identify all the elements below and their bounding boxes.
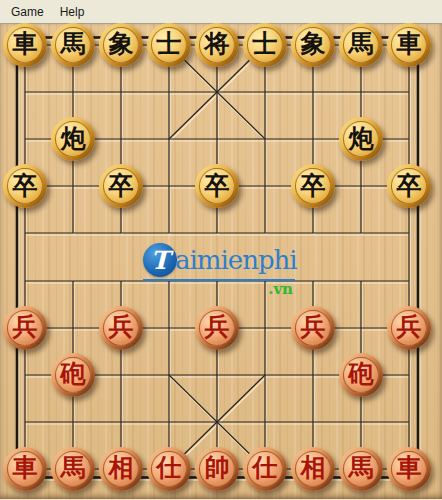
piece-glyph: 卒 [205,173,230,198]
intersection-d3[interactable] [145,351,193,398]
intersection-c2[interactable] [97,398,145,445]
intersection-i1[interactable]: 車 [385,445,433,492]
piece-face: 士 [247,27,283,63]
piece-red-cannon[interactable]: 砲 [339,353,383,397]
intersection-a9[interactable] [1,69,49,116]
app-window: Game Help 車馬象士将士象馬車炮炮卒卒卒卒卒兵兵兵兵兵砲砲車馬相仕帥仕相… [0,0,442,500]
intersection-h8[interactable]: 炮 [337,116,385,163]
piece-face: 相 [295,451,331,487]
piece-face: 馬 [343,27,379,63]
piece-glyph: 相 [301,455,326,480]
intersection-d8[interactable] [145,116,193,163]
piece-red-advisor[interactable]: 仕 [243,447,287,491]
piece-face: 象 [295,27,331,63]
piece-face: 砲 [343,357,379,393]
piece-glyph: 兵 [109,314,134,339]
piece-glyph: 兵 [397,314,422,339]
piece-face: 相 [103,451,139,487]
intersection-d4[interactable] [145,304,193,351]
piece-glyph: 馬 [349,31,374,56]
piece-face: 卒 [295,168,331,204]
intersection-h6[interactable] [337,210,385,257]
piece-face: 車 [391,451,427,487]
piece-glyph: 卒 [301,173,326,198]
intersection-f2[interactable] [241,398,289,445]
menu-bar: Game Help [0,0,442,24]
piece-red-horse[interactable]: 馬 [339,447,383,491]
piece-face: 卒 [391,168,427,204]
piece-face: 仕 [247,451,283,487]
intersection-a6[interactable] [1,210,49,257]
intersection-b8[interactable]: 炮 [49,116,97,163]
piece-face: 馬 [55,27,91,63]
intersection-g2[interactable] [289,398,337,445]
intersection-g8[interactable] [289,116,337,163]
intersection-g7[interactable]: 卒 [289,163,337,210]
piece-glyph: 炮 [349,126,374,151]
intersection-e3[interactable] [193,351,241,398]
piece-glyph: 卒 [109,173,134,198]
piece-glyph: 馬 [61,455,86,480]
piece-face: 卒 [199,168,235,204]
piece-red-advisor[interactable]: 仕 [147,447,191,491]
piece-glyph: 兵 [301,314,326,339]
piece-face: 士 [151,27,187,63]
piece-face: 兵 [103,310,139,346]
piece-black-soldier[interactable]: 卒 [3,164,47,208]
piece-glyph: 車 [397,455,422,480]
intersection-b6[interactable] [49,210,97,257]
intersection-d2[interactable] [145,398,193,445]
piece-face: 炮 [343,121,379,157]
intersection-a3[interactable] [1,351,49,398]
piece-glyph: 仕 [253,455,278,480]
intersection-d1[interactable]: 仕 [145,445,193,492]
piece-glyph: 将 [205,31,230,56]
intersection-b9[interactable] [49,69,97,116]
intersection-f4[interactable] [241,304,289,351]
piece-red-chariot[interactable]: 車 [387,447,431,491]
piece-glyph: 馬 [61,31,86,56]
intersection-i7[interactable]: 卒 [385,163,433,210]
piece-black-chariot[interactable]: 車 [387,23,431,67]
piece-glyph: 卒 [397,173,422,198]
intersection-a2[interactable] [1,398,49,445]
piece-red-elephant[interactable]: 相 [291,447,335,491]
piece-face: 象 [103,27,139,63]
intersection-b10[interactable]: 馬 [49,21,97,68]
piece-face: 兵 [295,310,331,346]
intersection-i5[interactable] [385,257,433,304]
intersection-f8[interactable] [241,116,289,163]
intersection-c9[interactable] [97,69,145,116]
intersection-i3[interactable] [385,351,433,398]
intersection-c10[interactable]: 象 [97,21,145,68]
intersection-i8[interactable] [385,116,433,163]
intersection-h3[interactable]: 砲 [337,351,385,398]
piece-glyph: 仕 [157,455,182,480]
piece-glyph: 卒 [13,173,38,198]
watermark-row: T aimienphi [143,243,295,281]
piece-glyph: 象 [109,31,134,56]
intersection-e4[interactable]: 兵 [193,304,241,351]
menu-game[interactable]: Game [3,2,52,22]
intersection-b1[interactable]: 馬 [49,445,97,492]
intersection-b7[interactable] [49,163,97,210]
intersection-e2[interactable] [193,398,241,445]
intersection-e8[interactable] [193,116,241,163]
intersection-c1[interactable]: 相 [97,445,145,492]
intersection-f7[interactable] [241,163,289,210]
piece-red-elephant[interactable]: 相 [99,447,143,491]
intersection-i4[interactable]: 兵 [385,304,433,351]
intersection-a7[interactable]: 卒 [1,163,49,210]
intersection-f3[interactable] [241,351,289,398]
intersection-e9[interactable] [193,69,241,116]
piece-black-horse[interactable]: 馬 [339,23,383,67]
piece-glyph: 士 [253,31,278,56]
piece-black-cannon[interactable]: 炮 [339,117,383,161]
intersection-g1[interactable]: 相 [289,445,337,492]
piece-red-soldier[interactable]: 兵 [3,306,47,350]
piece-black-soldier[interactable]: 卒 [195,164,239,208]
piece-black-advisor[interactable]: 士 [243,23,287,67]
piece-glyph: 砲 [61,361,86,386]
intersection-h1[interactable]: 馬 [337,445,385,492]
intersection-c6[interactable] [97,210,145,257]
piece-face: 将 [199,27,235,63]
piece-red-chariot[interactable]: 車 [3,447,47,491]
piece-glyph: 車 [13,455,38,480]
intersection-g3[interactable] [289,351,337,398]
piece-glyph: 車 [13,31,38,56]
xiangqi-board: 車馬象士将士象馬車炮炮卒卒卒卒卒兵兵兵兵兵砲砲車馬相仕帥仕相馬車 T aimie… [0,24,442,499]
intersection-b4[interactable] [49,304,97,351]
intersection-g9[interactable] [289,69,337,116]
watermark-text: aimienphi [175,245,297,275]
intersection-e10[interactable]: 将 [193,21,241,68]
intersection-b2[interactable] [49,398,97,445]
piece-glyph: 相 [109,455,134,480]
piece-black-soldier[interactable]: 卒 [99,164,143,208]
intersection-g10[interactable]: 象 [289,21,337,68]
piece-black-soldier[interactable]: 卒 [387,164,431,208]
piece-red-soldier[interactable]: 兵 [291,306,335,350]
intersection-h5[interactable] [337,257,385,304]
intersection-h4[interactable] [337,304,385,351]
intersection-a10[interactable]: 車 [1,21,49,68]
piece-black-soldier[interactable]: 卒 [291,164,335,208]
piece-face: 兵 [199,310,235,346]
piece-face: 兵 [391,310,427,346]
intersection-f1[interactable]: 仕 [241,445,289,492]
piece-glyph: 炮 [61,126,86,151]
piece-red-soldier[interactable]: 兵 [99,306,143,350]
piece-black-chariot[interactable]: 車 [3,23,47,67]
piece-glyph: 象 [301,31,326,56]
intersection-i9[interactable] [385,69,433,116]
piece-red-general[interactable]: 帥 [195,447,239,491]
intersection-i2[interactable] [385,398,433,445]
intersection-c4[interactable]: 兵 [97,304,145,351]
intersection-h10[interactable]: 馬 [337,21,385,68]
taimienphi-watermark: T aimienphi .vn [143,243,295,298]
intersection-e1[interactable]: 帥 [193,445,241,492]
intersection-a8[interactable] [1,116,49,163]
intersection-d7[interactable] [145,163,193,210]
piece-red-horse[interactable]: 馬 [51,447,95,491]
intersection-i10[interactable]: 車 [385,21,433,68]
piece-red-soldier[interactable]: 兵 [195,306,239,350]
piece-face: 仕 [151,451,187,487]
intersection-e7[interactable]: 卒 [193,163,241,210]
piece-glyph: 車 [397,31,422,56]
piece-black-cannon[interactable]: 炮 [51,117,95,161]
intersection-h2[interactable] [337,398,385,445]
piece-face: 卒 [7,168,43,204]
piece-face: 炮 [55,121,91,157]
piece-glyph: 馬 [349,455,374,480]
piece-glyph: 帥 [205,455,230,480]
piece-face: 砲 [55,357,91,393]
piece-face: 兵 [7,310,43,346]
piece-black-elephant[interactable]: 象 [291,23,335,67]
watermark-suffix: .vn [143,281,295,298]
piece-glyph: 兵 [13,314,38,339]
intersection-h9[interactable] [337,69,385,116]
piece-face: 車 [391,27,427,63]
piece-glyph: 砲 [349,361,374,386]
intersection-a5[interactable] [1,257,49,304]
piece-black-general[interactable]: 将 [195,23,239,67]
intersection-c7[interactable]: 卒 [97,163,145,210]
intersection-i6[interactable] [385,210,433,257]
piece-face: 卒 [103,168,139,204]
intersection-g4[interactable]: 兵 [289,304,337,351]
intersection-d10[interactable]: 士 [145,21,193,68]
taimienphi-logo-icon: T [143,243,177,277]
intersection-f10[interactable]: 士 [241,21,289,68]
piece-face: 車 [7,27,43,63]
menu-help[interactable]: Help [52,2,93,22]
intersection-h7[interactable] [337,163,385,210]
intersection-a4[interactable]: 兵 [1,304,49,351]
piece-black-horse[interactable]: 馬 [51,23,95,67]
piece-glyph: 兵 [205,314,230,339]
piece-face: 馬 [343,451,379,487]
piece-glyph: 士 [157,31,182,56]
piece-black-elephant[interactable]: 象 [99,23,143,67]
intersection-d9[interactable] [145,69,193,116]
intersection-c5[interactable] [97,257,145,304]
piece-black-advisor[interactable]: 士 [147,23,191,67]
intersection-f9[interactable] [241,69,289,116]
piece-face: 車 [7,451,43,487]
piece-face: 帥 [199,451,235,487]
intersection-c8[interactable] [97,116,145,163]
intersection-c3[interactable] [97,351,145,398]
piece-face: 馬 [55,451,91,487]
intersection-a1[interactable]: 車 [1,445,49,492]
intersection-b5[interactable] [49,257,97,304]
intersection-b3[interactable]: 砲 [49,351,97,398]
piece-red-soldier[interactable]: 兵 [387,306,431,350]
piece-red-cannon[interactable]: 砲 [51,353,95,397]
